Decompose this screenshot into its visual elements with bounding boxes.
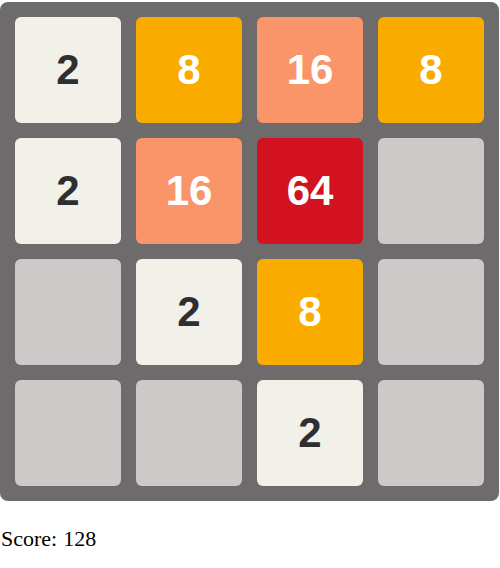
score-value: 128 [63, 526, 96, 551]
tile-64-r2c3: 64 [257, 138, 363, 244]
tile-8-r3c3: 8 [257, 259, 363, 365]
empty-cell-r2c4 [378, 138, 484, 244]
board[interactable]: 2816821664282 [0, 2, 499, 501]
score-label: Score: [1, 526, 57, 551]
score-line: Score:128 [1, 526, 500, 552]
tile-2-r3c2: 2 [136, 259, 242, 365]
empty-cell-r4c4 [378, 380, 484, 486]
tile-16-r2c2: 16 [136, 138, 242, 244]
tile-2-r1c1: 2 [15, 17, 121, 123]
tile-8-r1c4: 8 [378, 17, 484, 123]
tile-2-r2c1: 2 [15, 138, 121, 244]
empty-cell-r3c4 [378, 259, 484, 365]
tile-8-r1c2: 8 [136, 17, 242, 123]
tile-16-r1c3: 16 [257, 17, 363, 123]
empty-cell-r3c1 [15, 259, 121, 365]
empty-cell-r4c2 [136, 380, 242, 486]
empty-cell-r4c1 [15, 380, 121, 486]
tile-2-r4c3: 2 [257, 380, 363, 486]
